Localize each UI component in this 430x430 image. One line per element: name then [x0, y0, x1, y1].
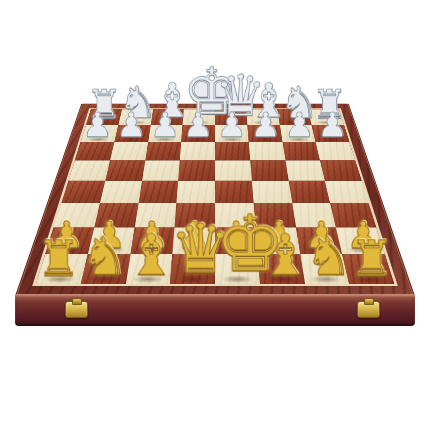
square-f3: [253, 203, 295, 227]
square-e6: [215, 142, 250, 161]
piece-shadow: [153, 137, 177, 142]
piece-silver-king-d8: ♚: [183, 60, 215, 125]
piece-shadow: [137, 246, 167, 253]
piece-shadow: [119, 137, 143, 142]
piece-shadow: [94, 246, 125, 253]
piece-shadow: [43, 275, 76, 283]
square-h4: [325, 181, 369, 203]
piece-shadow: [354, 275, 387, 283]
square-d7: ♟: [181, 125, 215, 142]
square-c1: ♝: [125, 254, 172, 284]
piece-shadow: [305, 246, 336, 253]
square-c8: ♝: [150, 109, 183, 125]
square-b4: [100, 181, 142, 203]
square-a3: [54, 203, 100, 227]
square-b3: [94, 203, 138, 227]
square-b7: ♟: [114, 125, 150, 142]
square-c7: ♟: [148, 125, 183, 142]
piece-shadow: [177, 275, 208, 283]
square-b8: ♞: [118, 109, 153, 125]
chess-board-grid: ♜♞♝♚♛♝♞♜♟♟♟♟♟♟♟♟♟♟♟♟♟♟♟♟♜♞♝♛♚♝♞♜: [32, 108, 398, 286]
piece-silver-bishop-f8: ♝: [247, 77, 279, 124]
square-d1: ♛: [170, 254, 215, 284]
piece-silver-knight-b8: ♞: [118, 81, 150, 125]
piece-shadow: [222, 275, 253, 283]
square-d4: [177, 181, 215, 203]
square-c2: ♟: [130, 227, 175, 254]
square-c5: [142, 161, 180, 181]
piece-shadow: [253, 137, 277, 142]
square-b1: ♞: [81, 254, 131, 284]
square-a6: [75, 142, 114, 161]
gold-latch-right-icon: [357, 301, 380, 318]
square-f1: ♝: [257, 254, 304, 284]
square-h7: ♟: [312, 125, 350, 142]
square-f2: ♟: [255, 227, 300, 254]
square-b5: [105, 161, 145, 181]
piece-shadow: [320, 137, 345, 142]
piece-gold-knight-b1: ♞: [81, 231, 126, 284]
piece-shadow: [263, 246, 293, 253]
square-g2: ♟: [296, 227, 343, 254]
square-a8: ♜: [86, 109, 122, 125]
piece-shadow: [221, 246, 251, 253]
square-d5: [178, 161, 215, 181]
square-h2: ♟: [336, 227, 385, 254]
piece-shadow: [179, 246, 209, 253]
square-f8: ♝: [246, 109, 279, 125]
piece-shadow: [87, 275, 120, 283]
gold-latch-left-icon: [65, 301, 88, 318]
piece-gold-queen-d1: ♛: [170, 215, 215, 283]
square-b2: ♟: [88, 227, 135, 254]
square-e1: ♚: [215, 254, 260, 284]
square-h5: [320, 161, 361, 181]
piece-shadow: [266, 275, 298, 283]
square-a1: ♜: [36, 254, 88, 284]
square-c4: [138, 181, 178, 203]
square-e7: ♟: [215, 125, 249, 142]
square-h8: ♜: [308, 109, 344, 125]
piece-shadow: [347, 246, 378, 253]
square-h1: ♜: [342, 254, 394, 284]
square-g4: [288, 181, 330, 203]
square-g6: [282, 142, 320, 161]
square-d2: ♟: [173, 227, 215, 254]
piece-silver-rook-h8: ♜: [312, 84, 344, 124]
piece-silver-knight-g8: ♞: [279, 81, 311, 125]
piece-silver-bishop-c8: ♝: [151, 77, 183, 124]
square-g8: ♞: [277, 109, 312, 125]
piece-silver-queen-e8: ♛: [215, 68, 247, 125]
square-f4: [252, 181, 292, 203]
square-h3: [330, 203, 376, 227]
chess-set-photo: ♜♞♝♚♛♝♞♜♟♟♟♟♟♟♟♟♟♟♟♟♟♟♟♟♜♞♝♛♚♝♞♜: [0, 0, 430, 430]
piece-silver-rook-a8: ♜: [86, 84, 118, 124]
piece-shadow: [286, 137, 310, 142]
square-g5: [285, 161, 325, 181]
piece-shadow: [132, 275, 164, 283]
square-e8: ♛: [215, 109, 247, 125]
square-g1: ♞: [300, 254, 350, 284]
square-f5: [250, 161, 288, 181]
square-a2: ♟: [45, 227, 94, 254]
square-e3: [215, 203, 255, 227]
square-h6: [316, 142, 355, 161]
square-a4: [61, 181, 105, 203]
case-front-panel: [15, 294, 415, 326]
square-d8: ♚: [183, 109, 215, 125]
piece-shadow: [186, 137, 210, 142]
square-e4: [215, 181, 253, 203]
piece-shadow: [220, 137, 244, 142]
square-g3: [292, 203, 336, 227]
square-g7: ♟: [280, 125, 316, 142]
square-b6: [110, 142, 148, 161]
piece-shadow: [52, 246, 83, 253]
square-a7: ♟: [81, 125, 119, 142]
square-e2: ♟: [215, 227, 257, 254]
square-d6: [180, 142, 215, 161]
square-e5: [215, 161, 252, 181]
piece-shadow: [310, 275, 343, 283]
chess-board: ♜♞♝♚♛♝♞♜♟♟♟♟♟♟♟♟♟♟♟♟♟♟♟♟♜♞♝♛♚♝♞♜: [15, 104, 415, 296]
square-a5: [68, 161, 109, 181]
square-c3: [134, 203, 176, 227]
square-f7: ♟: [247, 125, 282, 142]
square-c6: [145, 142, 182, 161]
square-f6: [249, 142, 286, 161]
square-d3: [175, 203, 215, 227]
piece-shadow: [86, 137, 111, 142]
